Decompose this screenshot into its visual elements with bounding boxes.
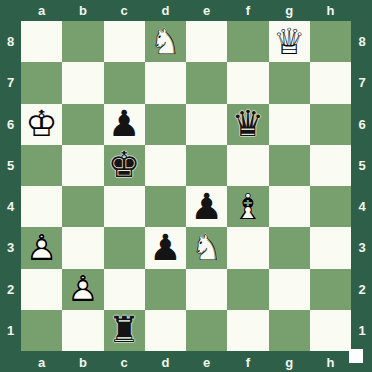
white-queen: ♛♕ [269, 21, 310, 62]
rank-label-4: 4 [352, 186, 372, 227]
square-f4[interactable]: ♝♗ [227, 186, 268, 227]
square-c8[interactable] [104, 21, 145, 62]
square-h2[interactable] [310, 269, 351, 310]
file-label-d: d [145, 0, 186, 21]
rank-labels-right: 87654321 [352, 21, 372, 351]
square-b4[interactable] [62, 186, 103, 227]
white-knight: ♞♘ [145, 21, 186, 62]
square-f1[interactable] [227, 310, 268, 351]
file-label-a: a [21, 352, 62, 372]
square-d8[interactable]: ♞♘ [145, 21, 186, 62]
rank-label-2: 2 [0, 269, 21, 310]
file-label-b: b [62, 0, 103, 21]
file-label-h: h [310, 352, 351, 372]
rank-label-8: 8 [0, 21, 21, 62]
square-f8[interactable] [227, 21, 268, 62]
file-label-c: c [104, 0, 145, 21]
file-labels-bottom: abcdefgh [21, 352, 351, 372]
square-e8[interactable] [186, 21, 227, 62]
rank-label-6: 6 [0, 104, 21, 145]
square-a5[interactable] [21, 145, 62, 186]
black-pawn: ♟ [104, 104, 145, 145]
file-label-e: e [186, 352, 227, 372]
file-label-e: e [186, 0, 227, 21]
square-a7[interactable] [21, 62, 62, 103]
square-g6[interactable] [269, 104, 310, 145]
square-d6[interactable] [145, 104, 186, 145]
square-g4[interactable] [269, 186, 310, 227]
file-label-h: h [310, 0, 351, 21]
file-label-f: f [227, 352, 268, 372]
square-d7[interactable] [145, 62, 186, 103]
square-c1[interactable]: ♜ [104, 310, 145, 351]
square-d5[interactable] [145, 145, 186, 186]
white-pawn: ♟♙ [62, 269, 103, 310]
square-c4[interactable] [104, 186, 145, 227]
black-queen: ♛ [227, 104, 268, 145]
white-pawn: ♟♙ [21, 227, 62, 268]
square-e4[interactable]: ♟ [186, 186, 227, 227]
square-c6[interactable]: ♟ [104, 104, 145, 145]
square-e1[interactable] [186, 310, 227, 351]
square-a8[interactable] [21, 21, 62, 62]
square-b5[interactable] [62, 145, 103, 186]
square-d4[interactable] [145, 186, 186, 227]
square-e6[interactable] [186, 104, 227, 145]
square-g3[interactable] [269, 227, 310, 268]
square-c2[interactable] [104, 269, 145, 310]
square-g2[interactable] [269, 269, 310, 310]
square-d2[interactable] [145, 269, 186, 310]
black-king: ♚ [104, 145, 145, 186]
rank-label-7: 7 [0, 62, 21, 103]
square-b2[interactable]: ♟♙ [62, 269, 103, 310]
rank-label-6: 6 [352, 104, 372, 145]
rank-label-1: 1 [0, 310, 21, 351]
square-h8[interactable] [310, 21, 351, 62]
rank-label-1: 1 [352, 310, 372, 351]
file-label-g: g [269, 352, 310, 372]
square-h5[interactable] [310, 145, 351, 186]
square-b7[interactable] [62, 62, 103, 103]
square-e5[interactable] [186, 145, 227, 186]
square-a3[interactable]: ♟♙ [21, 227, 62, 268]
rank-label-4: 4 [0, 186, 21, 227]
square-g8[interactable]: ♛♕ [269, 21, 310, 62]
chess-board-frame: abcdefgh abcdefgh 87654321 87654321 ♞♘♛♕… [0, 0, 372, 372]
square-d1[interactable] [145, 310, 186, 351]
square-b3[interactable] [62, 227, 103, 268]
square-a4[interactable] [21, 186, 62, 227]
rank-label-3: 3 [0, 227, 21, 268]
white-king: ♚♔ [21, 104, 62, 145]
square-b1[interactable] [62, 310, 103, 351]
file-labels-top: abcdefgh [21, 0, 351, 21]
rank-labels-left: 87654321 [0, 21, 21, 351]
square-f6[interactable]: ♛ [227, 104, 268, 145]
square-c3[interactable] [104, 227, 145, 268]
file-label-d: d [145, 352, 186, 372]
square-h1[interactable] [310, 310, 351, 351]
square-a6[interactable]: ♚♔ [21, 104, 62, 145]
square-f2[interactable] [227, 269, 268, 310]
rank-label-3: 3 [352, 227, 372, 268]
black-pawn: ♟ [186, 186, 227, 227]
file-label-c: c [104, 352, 145, 372]
rank-label-7: 7 [352, 62, 372, 103]
file-label-b: b [62, 352, 103, 372]
square-f7[interactable] [227, 62, 268, 103]
white-knight: ♞♘ [186, 227, 227, 268]
file-label-a: a [21, 0, 62, 21]
rank-label-5: 5 [0, 145, 21, 186]
square-g7[interactable] [269, 62, 310, 103]
square-g5[interactable] [269, 145, 310, 186]
chess-board: ♞♘♛♕♚♔♟♛♚♟♝♗♟♙♟♞♘♟♙♜ [21, 21, 351, 351]
black-pawn: ♟ [145, 227, 186, 268]
square-c5[interactable]: ♚ [104, 145, 145, 186]
square-h3[interactable] [310, 227, 351, 268]
black-rook: ♜ [104, 310, 145, 351]
square-f3[interactable] [227, 227, 268, 268]
square-a1[interactable] [21, 310, 62, 351]
rank-label-2: 2 [352, 269, 372, 310]
rank-label-5: 5 [352, 145, 372, 186]
white-to-move-indicator [349, 349, 363, 363]
square-c7[interactable] [104, 62, 145, 103]
file-label-g: g [269, 0, 310, 21]
square-h7[interactable] [310, 62, 351, 103]
square-h4[interactable] [310, 186, 351, 227]
white-bishop: ♝♗ [227, 186, 268, 227]
square-b8[interactable] [62, 21, 103, 62]
square-e3[interactable]: ♞♘ [186, 227, 227, 268]
square-b6[interactable] [62, 104, 103, 145]
file-label-f: f [227, 0, 268, 21]
square-f5[interactable] [227, 145, 268, 186]
square-e2[interactable] [186, 269, 227, 310]
square-e7[interactable] [186, 62, 227, 103]
square-g1[interactable] [269, 310, 310, 351]
square-a2[interactable] [21, 269, 62, 310]
rank-label-8: 8 [352, 21, 372, 62]
square-d3[interactable]: ♟ [145, 227, 186, 268]
square-h6[interactable] [310, 104, 351, 145]
